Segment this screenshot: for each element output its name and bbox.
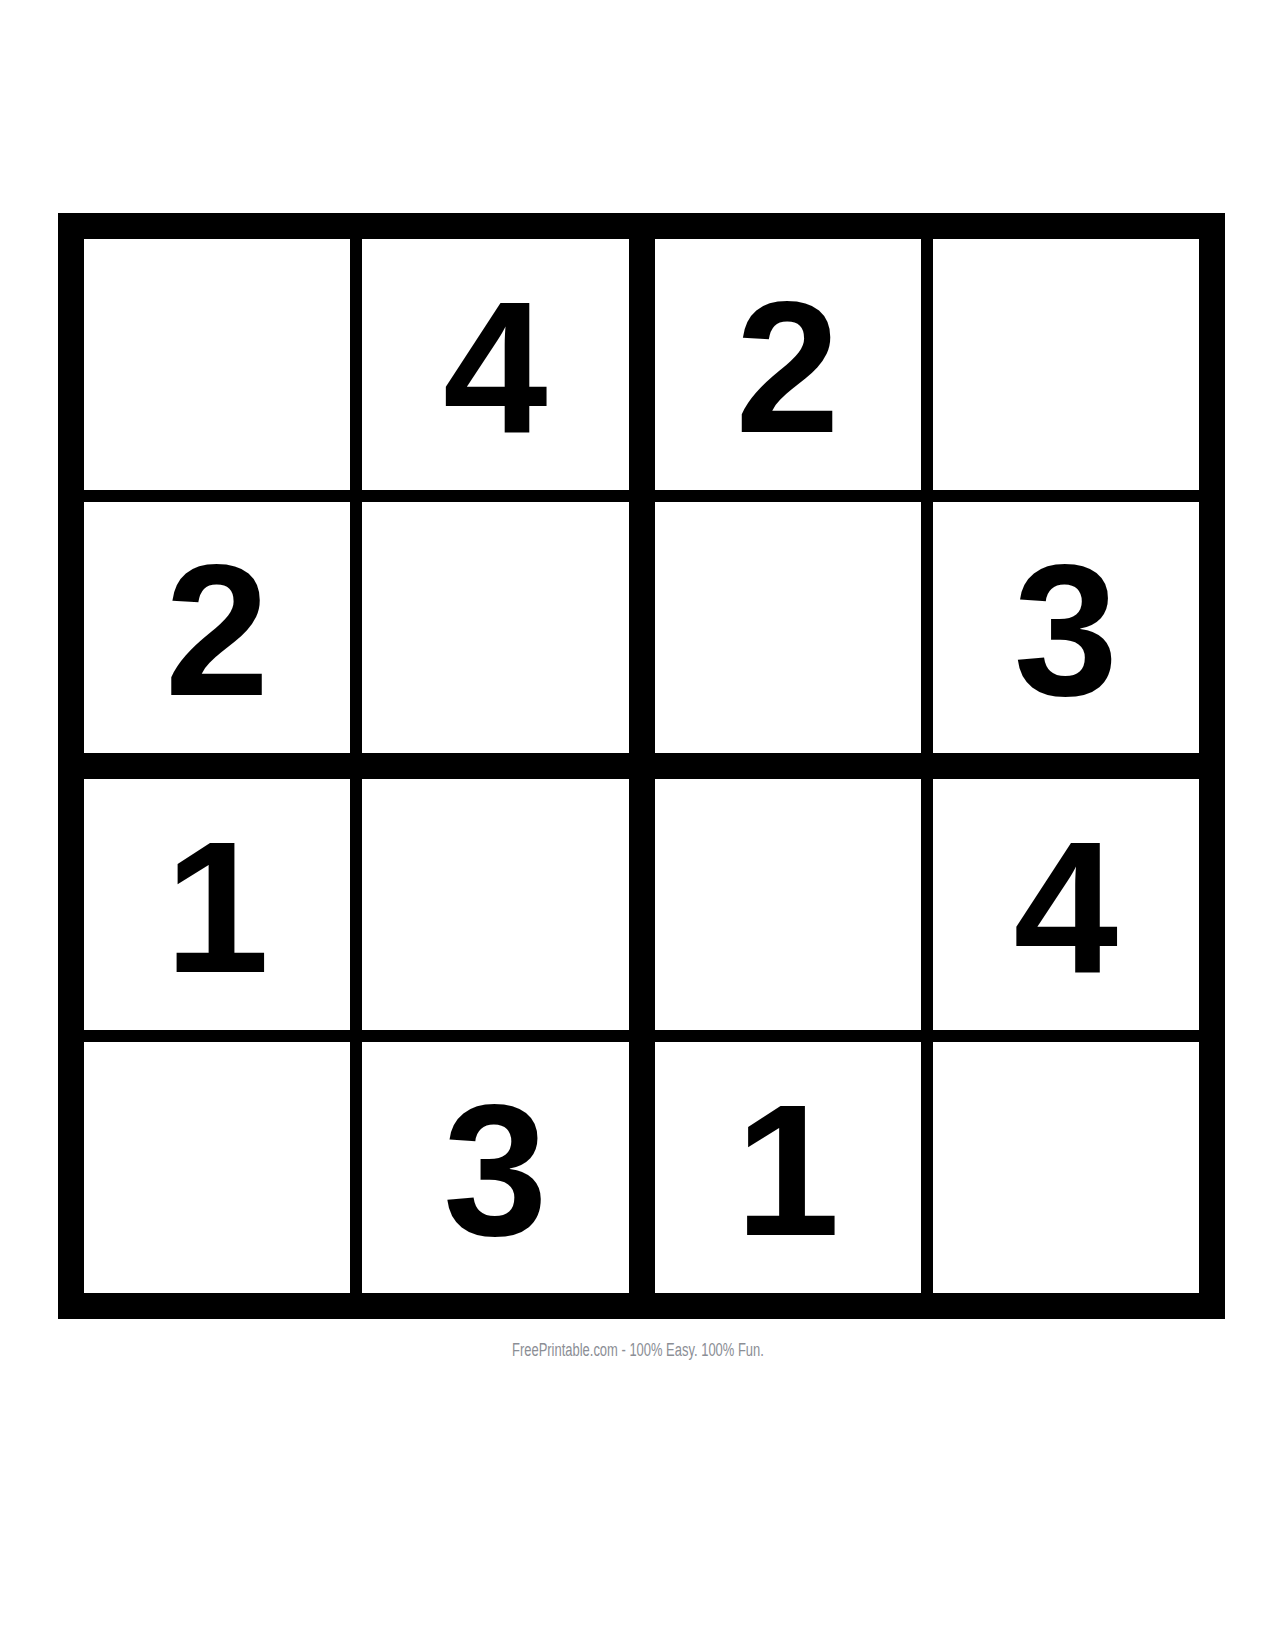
cell-value: 3 xyxy=(443,1076,548,1264)
footer-credit: FreePrintable.com - 100% Easy. 100% Fun. xyxy=(512,1338,764,1362)
cell-r1c2 xyxy=(655,502,921,753)
cell-r2c0: 1 xyxy=(84,779,350,1030)
cell-r2c3: 4 xyxy=(933,779,1199,1030)
cell-value: 1 xyxy=(165,813,270,1001)
cell-r3c0 xyxy=(84,1042,350,1293)
cell-r2c2 xyxy=(655,779,921,1030)
sudoku-board: 4 2 2 3 1 3 4 1 xyxy=(58,213,1225,1319)
cell-r1c1 xyxy=(362,502,628,753)
cell-value: 2 xyxy=(735,273,840,461)
cell-r3c2: 1 xyxy=(655,1042,921,1293)
cell-r3c1: 3 xyxy=(362,1042,628,1293)
cell-r0c0 xyxy=(84,239,350,490)
cell-r3c3 xyxy=(933,1042,1199,1293)
box-top-right: 2 3 xyxy=(655,239,1200,753)
box-bottom-right: 4 1 xyxy=(655,779,1200,1293)
cell-value: 1 xyxy=(735,1076,840,1264)
footer: FreePrintable.com - 100% Easy. 100% Fun. xyxy=(0,1338,1275,1362)
cell-r1c3: 3 xyxy=(933,502,1199,753)
cell-r0c1: 4 xyxy=(362,239,628,490)
cell-value: 4 xyxy=(1014,813,1119,1001)
cell-r0c3 xyxy=(933,239,1199,490)
box-bottom-left: 1 3 xyxy=(84,779,629,1293)
box-top-left: 4 2 xyxy=(84,239,629,753)
cell-value: 4 xyxy=(443,273,548,461)
cell-r2c1 xyxy=(362,779,628,1030)
cell-r1c0: 2 xyxy=(84,502,350,753)
printable-sudoku-page: 4 2 2 3 1 3 4 1 FreePrintable.com - 100%… xyxy=(0,0,1275,1650)
cell-value: 2 xyxy=(165,536,270,724)
cell-value: 3 xyxy=(1014,536,1119,724)
cell-r0c2: 2 xyxy=(655,239,921,490)
